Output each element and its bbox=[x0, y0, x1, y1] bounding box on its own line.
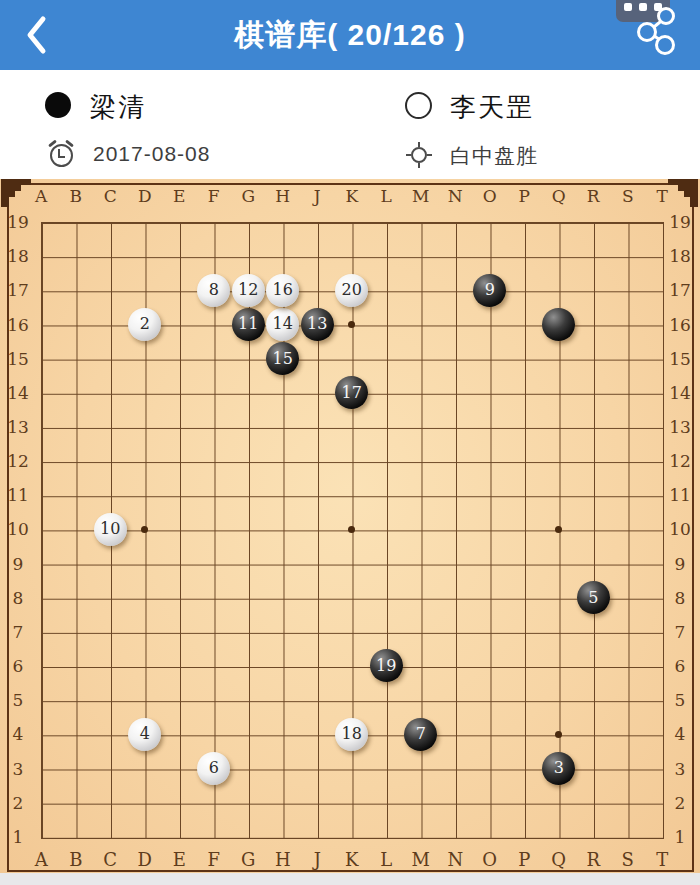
move-number: 10 bbox=[100, 521, 120, 537]
stone-white-f3[interactable]: 6 bbox=[197, 751, 232, 785]
game-info-panel: 梁清 李天罡 2017-08-08 白中盘胜 bbox=[0, 70, 700, 179]
white-stone-icon bbox=[405, 92, 432, 119]
stone-black-m4[interactable]: 7 bbox=[404, 717, 439, 751]
stone-black-q3[interactable]: 3 bbox=[542, 751, 577, 785]
page-title: 棋谱库( 20/126 ) bbox=[0, 0, 700, 70]
col-label: B bbox=[59, 185, 94, 207]
move-number: 16 bbox=[273, 282, 293, 298]
stone-white-c10[interactable]: 10 bbox=[93, 512, 128, 546]
stone-black-q16[interactable] bbox=[542, 307, 577, 341]
move-number: 18 bbox=[342, 726, 362, 742]
star-point-q4 bbox=[542, 717, 577, 751]
players-row: 梁清 李天罡 bbox=[0, 90, 700, 122]
move-number: 20 bbox=[342, 282, 362, 298]
col-label: E bbox=[162, 185, 197, 207]
col-label: Q bbox=[542, 185, 577, 207]
col-label: N bbox=[438, 185, 473, 207]
col-label: F bbox=[197, 185, 232, 207]
col-label: J bbox=[300, 185, 335, 207]
stone-white-h16[interactable]: 14 bbox=[266, 307, 301, 341]
col-label: M bbox=[404, 185, 439, 207]
share-button[interactable] bbox=[633, 5, 687, 57]
app-screen: 棋谱库( 20/126 ) 梁清 李天罡 2017-08-08 bbox=[0, 0, 700, 885]
bottom-strip bbox=[0, 873, 700, 885]
col-label: A bbox=[24, 185, 59, 207]
move-number: 8 bbox=[209, 282, 219, 298]
stone-black-o17[interactable]: 9 bbox=[473, 273, 508, 307]
black-player-name: 梁清 bbox=[90, 90, 146, 125]
star-point-q10 bbox=[542, 512, 577, 546]
stone-white-d4[interactable]: 4 bbox=[128, 717, 163, 751]
star-point-k10 bbox=[335, 512, 370, 546]
stone-white-d16[interactable]: 2 bbox=[128, 307, 163, 341]
move-number: 6 bbox=[209, 760, 219, 776]
game-result: 白中盘胜 bbox=[450, 142, 538, 170]
star-point-k16 bbox=[335, 307, 370, 341]
col-label: R bbox=[576, 185, 611, 207]
star-point-d10 bbox=[128, 512, 163, 546]
col-label: K bbox=[335, 185, 370, 207]
move-number: 11 bbox=[238, 316, 258, 332]
move-number: 17 bbox=[342, 385, 362, 401]
stone-white-g17[interactable]: 12 bbox=[231, 273, 266, 307]
black-stone-icon bbox=[45, 92, 71, 118]
stone-black-r8[interactable]: 5 bbox=[576, 581, 611, 615]
stone-black-h15[interactable]: 15 bbox=[266, 342, 301, 376]
stone-black-j16[interactable]: 13 bbox=[300, 307, 335, 341]
col-label: G bbox=[231, 185, 266, 207]
go-board: ABCDEFGHJKLMNOPQRST ABCDEFGHJKLMNOPQRST … bbox=[0, 179, 700, 873]
col-label: L bbox=[369, 185, 404, 207]
stone-black-l6[interactable]: 19 bbox=[369, 649, 404, 683]
move-number: 19 bbox=[376, 658, 396, 674]
stone-white-h17[interactable]: 16 bbox=[266, 273, 301, 307]
move-number: 13 bbox=[307, 316, 327, 332]
board-grid[interactable]: 234567891011121314151617181920 bbox=[24, 205, 680, 854]
col-label: T bbox=[645, 185, 680, 207]
col-label: P bbox=[507, 185, 542, 207]
move-number: 15 bbox=[273, 351, 293, 367]
move-number: 2 bbox=[140, 316, 150, 332]
stone-white-k17[interactable]: 20 bbox=[335, 273, 370, 307]
clock-icon bbox=[47, 140, 75, 168]
move-number: 14 bbox=[273, 316, 293, 332]
stone-black-g16[interactable]: 11 bbox=[231, 307, 266, 341]
move-number: 3 bbox=[554, 760, 564, 776]
stone-white-f17[interactable]: 8 bbox=[197, 273, 232, 307]
white-player-name: 李天罡 bbox=[450, 90, 534, 125]
col-label: D bbox=[128, 185, 163, 207]
game-date: 2017-08-08 bbox=[93, 142, 210, 166]
col-label: C bbox=[93, 185, 128, 207]
col-label: O bbox=[473, 185, 508, 207]
header-bar: 棋谱库( 20/126 ) bbox=[0, 0, 700, 70]
meta-row: 2017-08-08 白中盘胜 bbox=[0, 141, 700, 169]
move-number: 7 bbox=[416, 726, 426, 742]
result-target-icon bbox=[406, 142, 432, 168]
stone-black-k14[interactable]: 17 bbox=[335, 376, 370, 410]
move-number: 4 bbox=[140, 726, 150, 742]
col-label: S bbox=[611, 185, 646, 207]
move-number: 9 bbox=[485, 282, 495, 298]
stone-white-k4[interactable]: 18 bbox=[335, 717, 370, 751]
move-number: 12 bbox=[238, 282, 258, 298]
col-label: H bbox=[266, 185, 301, 207]
share-icon bbox=[633, 5, 687, 57]
move-number: 5 bbox=[588, 590, 598, 606]
coords-columns-top: ABCDEFGHJKLMNOPQRST bbox=[24, 185, 680, 207]
